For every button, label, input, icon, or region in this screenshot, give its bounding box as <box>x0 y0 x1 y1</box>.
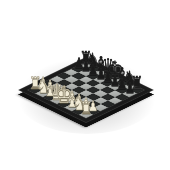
product-photo: ♜♞♝♛♚♝♞♜♟♟♟♟♟♟♟♟♟♟♟♟♟♟♟♟♜♞♝♛♚♝♞♜ <box>0 0 170 170</box>
piece-white-rook-h1: ♜ <box>80 100 92 117</box>
piece-black-pawn-h7: ♟ <box>124 81 135 96</box>
